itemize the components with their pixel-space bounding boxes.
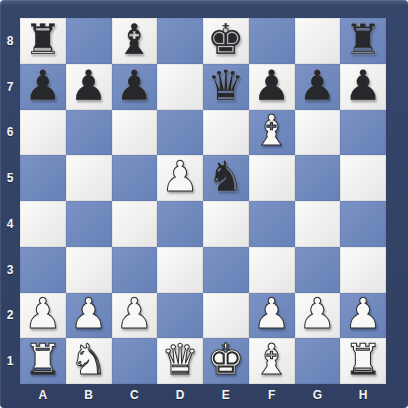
square-a1[interactable]: ♜ bbox=[20, 338, 66, 384]
square-g1[interactable] bbox=[295, 338, 341, 384]
square-g5[interactable] bbox=[295, 155, 341, 201]
white-pawn[interactable]: ♟ bbox=[24, 293, 62, 335]
square-h6[interactable] bbox=[340, 110, 386, 156]
square-f4[interactable] bbox=[249, 201, 295, 247]
square-a6[interactable] bbox=[20, 110, 66, 156]
square-d1[interactable]: ♛ bbox=[157, 338, 203, 384]
black-pawn[interactable]: ♟ bbox=[253, 65, 291, 107]
square-f5[interactable] bbox=[249, 155, 295, 201]
square-h3[interactable] bbox=[340, 247, 386, 293]
black-pawn[interactable]: ♟ bbox=[70, 65, 108, 107]
square-h7[interactable]: ♟ bbox=[340, 64, 386, 110]
square-b1[interactable]: ♞ bbox=[66, 338, 112, 384]
square-e4[interactable] bbox=[203, 201, 249, 247]
white-queen[interactable]: ♛ bbox=[161, 339, 199, 381]
black-pawn[interactable]: ♟ bbox=[299, 65, 337, 107]
square-e5[interactable]: ♞ bbox=[203, 155, 249, 201]
file-label-e: E bbox=[203, 384, 249, 406]
black-rook[interactable]: ♜ bbox=[344, 19, 382, 61]
black-pawn[interactable]: ♟ bbox=[24, 65, 62, 107]
file-label-d: D bbox=[157, 384, 203, 406]
white-pawn[interactable]: ♟ bbox=[116, 293, 154, 335]
white-pawn[interactable]: ♟ bbox=[344, 293, 382, 335]
file-label-c: C bbox=[112, 384, 158, 406]
black-king[interactable]: ♚ bbox=[207, 19, 245, 61]
rank-label-6: 6 bbox=[0, 110, 20, 156]
board: ♜♝♚♜♟♟♟♛♟♟♟♝♟♞♟♟♟♟♟♟♜♞♛♚♝♜ bbox=[20, 18, 386, 384]
square-c3[interactable] bbox=[112, 247, 158, 293]
square-d7[interactable] bbox=[157, 64, 203, 110]
black-bishop[interactable]: ♝ bbox=[116, 19, 154, 61]
square-c1[interactable] bbox=[112, 338, 158, 384]
square-h8[interactable]: ♜ bbox=[340, 18, 386, 64]
square-e2[interactable] bbox=[203, 293, 249, 339]
square-b3[interactable] bbox=[66, 247, 112, 293]
black-queen[interactable]: ♛ bbox=[207, 65, 245, 107]
rank-label-8: 8 bbox=[0, 18, 20, 64]
white-pawn[interactable]: ♟ bbox=[253, 293, 291, 335]
square-a4[interactable] bbox=[20, 201, 66, 247]
square-b4[interactable] bbox=[66, 201, 112, 247]
square-c7[interactable]: ♟ bbox=[112, 64, 158, 110]
square-h2[interactable]: ♟ bbox=[340, 293, 386, 339]
square-f1[interactable]: ♝ bbox=[249, 338, 295, 384]
square-c5[interactable] bbox=[112, 155, 158, 201]
white-bishop[interactable]: ♝ bbox=[253, 110, 291, 152]
square-h5[interactable] bbox=[340, 155, 386, 201]
white-rook[interactable]: ♜ bbox=[344, 339, 382, 381]
square-g7[interactable]: ♟ bbox=[295, 64, 341, 110]
square-a5[interactable] bbox=[20, 155, 66, 201]
square-e7[interactable]: ♛ bbox=[203, 64, 249, 110]
square-d4[interactable] bbox=[157, 201, 203, 247]
white-rook[interactable]: ♜ bbox=[24, 339, 62, 381]
file-label-g: G bbox=[295, 384, 341, 406]
black-knight[interactable]: ♞ bbox=[207, 156, 245, 198]
square-b7[interactable]: ♟ bbox=[66, 64, 112, 110]
rank-label-3: 3 bbox=[0, 247, 20, 293]
square-g2[interactable]: ♟ bbox=[295, 293, 341, 339]
rank-label-7: 7 bbox=[0, 64, 20, 110]
white-pawn[interactable]: ♟ bbox=[299, 293, 337, 335]
white-king[interactable]: ♚ bbox=[207, 339, 245, 381]
rank-label-1: 1 bbox=[0, 338, 20, 384]
square-e3[interactable] bbox=[203, 247, 249, 293]
square-e1[interactable]: ♚ bbox=[203, 338, 249, 384]
square-g4[interactable] bbox=[295, 201, 341, 247]
square-d5[interactable]: ♟ bbox=[157, 155, 203, 201]
square-f8[interactable] bbox=[249, 18, 295, 64]
square-f2[interactable]: ♟ bbox=[249, 293, 295, 339]
square-c4[interactable] bbox=[112, 201, 158, 247]
square-h1[interactable]: ♜ bbox=[340, 338, 386, 384]
rank-label-2: 2 bbox=[0, 293, 20, 339]
square-d6[interactable] bbox=[157, 110, 203, 156]
file-label-f: F bbox=[249, 384, 295, 406]
white-bishop[interactable]: ♝ bbox=[253, 339, 291, 381]
square-a2[interactable]: ♟ bbox=[20, 293, 66, 339]
square-b2[interactable]: ♟ bbox=[66, 293, 112, 339]
file-label-a: A bbox=[20, 384, 66, 406]
square-g8[interactable] bbox=[295, 18, 341, 64]
square-f3[interactable] bbox=[249, 247, 295, 293]
black-rook[interactable]: ♜ bbox=[24, 19, 62, 61]
white-pawn[interactable]: ♟ bbox=[161, 156, 199, 198]
square-g3[interactable] bbox=[295, 247, 341, 293]
square-d2[interactable] bbox=[157, 293, 203, 339]
black-pawn[interactable]: ♟ bbox=[344, 65, 382, 107]
white-knight[interactable]: ♞ bbox=[70, 339, 108, 381]
square-b6[interactable] bbox=[66, 110, 112, 156]
square-d8[interactable] bbox=[157, 18, 203, 64]
black-pawn[interactable]: ♟ bbox=[116, 65, 154, 107]
square-b8[interactable] bbox=[66, 18, 112, 64]
square-d3[interactable] bbox=[157, 247, 203, 293]
square-c2[interactable]: ♟ bbox=[112, 293, 158, 339]
file-labels: ABCDEFGH bbox=[20, 384, 386, 406]
square-e8[interactable]: ♚ bbox=[203, 18, 249, 64]
square-b5[interactable] bbox=[66, 155, 112, 201]
rank-label-5: 5 bbox=[0, 155, 20, 201]
square-h4[interactable] bbox=[340, 201, 386, 247]
square-a3[interactable] bbox=[20, 247, 66, 293]
rank-labels: 87654321 bbox=[0, 18, 20, 384]
square-f6[interactable]: ♝ bbox=[249, 110, 295, 156]
file-label-b: B bbox=[66, 384, 112, 406]
rank-label-4: 4 bbox=[0, 201, 20, 247]
white-pawn[interactable]: ♟ bbox=[70, 293, 108, 335]
square-c6[interactable] bbox=[112, 110, 158, 156]
square-c8[interactable]: ♝ bbox=[112, 18, 158, 64]
square-a7[interactable]: ♟ bbox=[20, 64, 66, 110]
square-a8[interactable]: ♜ bbox=[20, 18, 66, 64]
square-g6[interactable] bbox=[295, 110, 341, 156]
chessboard-widget: 87654321 ABCDEFGH ♜♝♚♜♟♟♟♛♟♟♟♝♟♞♟♟♟♟♟♟♜♞… bbox=[0, 0, 408, 408]
square-f7[interactable]: ♟ bbox=[249, 64, 295, 110]
square-e6[interactable] bbox=[203, 110, 249, 156]
file-label-h: H bbox=[340, 384, 386, 406]
